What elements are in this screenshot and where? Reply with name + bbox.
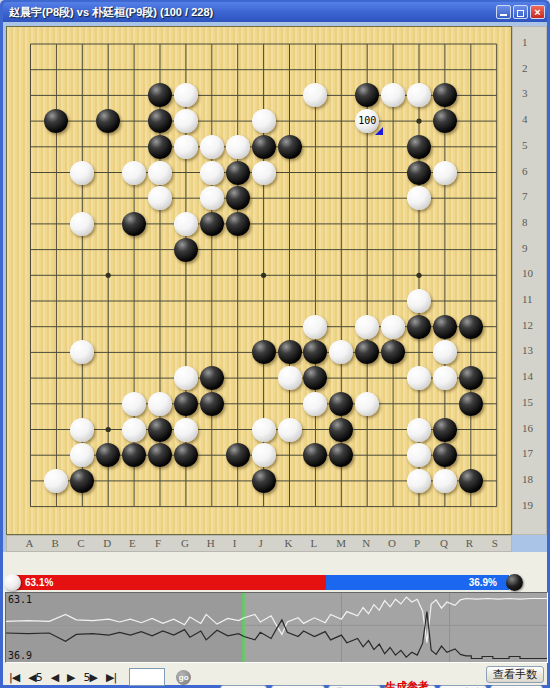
maximize-button[interactable] — [513, 5, 528, 19]
go-board[interactable]: 100 — [6, 26, 512, 535]
stone-black-F17 — [148, 443, 172, 467]
stone-white-H5 — [200, 135, 224, 159]
row-label-18: 18 — [522, 473, 533, 485]
row-label-6: 6 — [522, 165, 528, 177]
stone-black-I8 — [226, 212, 250, 236]
black-winrate-bar: 36.9% — [326, 575, 509, 590]
col-label-A: A — [26, 537, 34, 549]
stone-black-J13 — [252, 340, 276, 364]
stone-white-J16 — [252, 418, 276, 442]
back-1-button[interactable]: ◀ — [51, 671, 58, 684]
go-button[interactable]: go — [176, 670, 191, 685]
stone-white-G16 — [174, 418, 198, 442]
current-move-number-label: 100 — [355, 115, 379, 126]
stone-white-C16 — [70, 418, 94, 442]
row-label-14: 14 — [522, 370, 533, 382]
row-label-5: 5 — [522, 139, 528, 151]
col-label-M: M — [336, 537, 346, 549]
col-label-E: E — [129, 537, 136, 549]
stone-white-G14 — [174, 366, 198, 390]
row-label-13: 13 — [522, 344, 533, 356]
white-stone-icon — [4, 574, 21, 591]
bottom-panel: 63.1% 36.9% 63.1 36.9 |◀ ◀5 ◀ ▶ 5▶ ▶| go — [3, 552, 547, 685]
row-label-1: 1 — [522, 36, 528, 48]
move-number-input[interactable] — [129, 668, 165, 686]
stone-white-H6 — [200, 161, 224, 185]
stone-white-O12 — [381, 315, 405, 339]
stone-black-K5 — [278, 135, 302, 159]
stone-black-K13 — [278, 340, 302, 364]
winrate-history-plot — [6, 593, 547, 662]
view-moves-button[interactable]: 查看手数 — [486, 666, 544, 683]
stone-black-M16 — [329, 418, 353, 442]
stone-black-R18 — [459, 469, 483, 493]
stone-white-Q18 — [433, 469, 457, 493]
col-label-I: I — [233, 537, 237, 549]
stone-white-P18 — [407, 469, 431, 493]
stone-white-E15 — [122, 392, 146, 416]
col-label-R: R — [466, 537, 473, 549]
window-title: 赵晨宇(P8段) vs 朴廷桓(P9段) (100 / 228) — [9, 5, 496, 20]
minimize-icon — [500, 14, 507, 16]
stone-white-E16 — [122, 418, 146, 442]
stone-white-I5 — [226, 135, 250, 159]
row-label-9: 9 — [522, 242, 528, 254]
current-move-cursor-icon — [375, 127, 383, 135]
forward-1-button[interactable]: ▶ — [67, 671, 74, 684]
stone-black-Q12 — [433, 315, 457, 339]
stone-black-G9 — [174, 238, 198, 262]
back-5-button[interactable]: ◀5 — [28, 671, 41, 684]
col-label-D: D — [103, 537, 111, 549]
stone-white-Q14 — [433, 366, 457, 390]
row-label-10: 10 — [522, 267, 533, 279]
stone-white-E6 — [122, 161, 146, 185]
close-button[interactable]: × — [530, 5, 545, 19]
stone-white-F15 — [148, 392, 172, 416]
stone-black-H14 — [200, 366, 224, 390]
col-label-P: P — [414, 537, 420, 549]
stone-white-P16 — [407, 418, 431, 442]
stone-white-C6 — [70, 161, 94, 185]
stone-white-F6 — [148, 161, 172, 185]
stone-white-J6 — [252, 161, 276, 185]
stone-black-P12 — [407, 315, 431, 339]
col-label-Q: Q — [440, 537, 448, 549]
col-label-S: S — [492, 537, 498, 549]
row-label-11: 11 — [522, 293, 533, 305]
stone-black-J5 — [252, 135, 276, 159]
col-label-H: H — [207, 537, 215, 549]
stone-black-G15 — [174, 392, 198, 416]
stone-black-J18 — [252, 469, 276, 493]
stone-black-R15 — [459, 392, 483, 416]
stone-black-P5 — [407, 135, 431, 159]
black-stone-icon — [506, 574, 523, 591]
stone-black-F16 — [148, 418, 172, 442]
stone-white-K16 — [278, 418, 302, 442]
stone-black-I6 — [226, 161, 250, 185]
stone-white-L12 — [303, 315, 327, 339]
stone-white-P11 — [407, 289, 431, 313]
col-label-L: L — [310, 537, 317, 549]
col-label-B: B — [51, 537, 58, 549]
row-label-17: 17 — [522, 447, 533, 459]
col-label-F: F — [155, 537, 161, 549]
stone-white-F7 — [148, 186, 172, 210]
stone-black-G17 — [174, 443, 198, 467]
row-label-4: 4 — [522, 113, 528, 125]
maximize-icon — [517, 10, 524, 17]
row-label-3: 3 — [522, 87, 528, 99]
stone-white-P7 — [407, 186, 431, 210]
black-winrate-label: 36.9% — [457, 577, 509, 588]
stone-white-P17 — [407, 443, 431, 467]
first-move-button[interactable]: |◀ — [9, 671, 19, 684]
stone-black-M15 — [329, 392, 353, 416]
app-window: 赵晨宇(P8段) vs 朴廷桓(P9段) (100 / 228) × 100 6… — [0, 0, 550, 688]
winrate-bar: 63.1% 36.9% — [5, 575, 517, 590]
stone-black-I7 — [226, 186, 250, 210]
stone-black-I17 — [226, 443, 250, 467]
stone-black-H15 — [200, 392, 224, 416]
stone-white-N12 — [355, 315, 379, 339]
stone-white-P14 — [407, 366, 431, 390]
minimize-button[interactable] — [496, 5, 511, 19]
stone-black-E8 — [122, 212, 146, 236]
stone-black-Q17 — [433, 443, 457, 467]
title-bar[interactable]: 赵晨宇(P8段) vs 朴廷桓(P9段) (100 / 228) × — [3, 2, 547, 22]
stone-white-J17 — [252, 443, 276, 467]
row-label-19: 19 — [522, 499, 533, 511]
col-label-O: O — [388, 537, 396, 549]
stone-black-Q4 — [433, 109, 457, 133]
stone-black-P6 — [407, 161, 431, 185]
col-label-C: C — [77, 537, 84, 549]
last-move-button[interactable]: ▶| — [106, 671, 116, 684]
row-label-7: 7 — [522, 190, 528, 202]
row-label-16: 16 — [522, 422, 533, 434]
white-winrate-bar: 63.1% — [13, 575, 326, 590]
stone-black-R12 — [459, 315, 483, 339]
col-label-J: J — [259, 537, 263, 549]
col-label-G: G — [181, 537, 189, 549]
navigation-row: |◀ ◀5 ◀ ▶ 5▶ ▶| go — [9, 668, 191, 686]
row-label-15: 15 — [522, 396, 533, 408]
stone-white-K14 — [278, 366, 302, 390]
row-label-8: 8 — [522, 216, 528, 228]
row-label-2: 2 — [522, 62, 528, 74]
row-label-12: 12 — [522, 319, 533, 331]
stone-white-H7 — [200, 186, 224, 210]
winrate-graph[interactable]: 63.1 36.9 — [5, 592, 548, 663]
stone-white-G8 — [174, 212, 198, 236]
stone-black-R14 — [459, 366, 483, 390]
col-label-K: K — [285, 537, 293, 549]
stone-white-G5 — [174, 135, 198, 159]
stone-black-Q16 — [433, 418, 457, 442]
forward-5-button[interactable]: 5▶ — [84, 671, 97, 684]
stone-white-G4 — [174, 109, 198, 133]
stone-white-N15 — [355, 392, 379, 416]
stone-black-H8 — [200, 212, 224, 236]
window-content: 100 63.1% 36.9% 63.1 36.9 |◀ ◀5 — [3, 22, 547, 685]
graph-top-label: 63.1 — [8, 594, 32, 605]
stone-white-J4 — [252, 109, 276, 133]
stone-black-F5 — [148, 135, 172, 159]
stone-white-Q6 — [433, 161, 457, 185]
stone-black-F4 — [148, 109, 172, 133]
graph-bottom-label: 36.9 — [8, 650, 32, 661]
col-label-N: N — [362, 537, 370, 549]
